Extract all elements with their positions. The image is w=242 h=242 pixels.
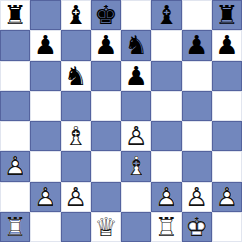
white-bishop-piece[interactable]: ♝♗ xyxy=(121,151,151,181)
black-pawn-piece[interactable]: ♟ xyxy=(121,61,151,91)
square-b8[interactable] xyxy=(30,0,60,30)
piece-glyph: ♚ xyxy=(91,0,121,30)
piece-outline-glyph: ♗ xyxy=(121,151,151,181)
square-d6[interactable] xyxy=(91,61,121,91)
square-d7[interactable]: ♟ xyxy=(91,30,121,60)
square-d1[interactable]: ♛♕ xyxy=(91,212,121,242)
square-g6[interactable] xyxy=(182,61,212,91)
square-h6[interactable] xyxy=(212,61,242,91)
black-knight-piece[interactable]: ♞ xyxy=(121,30,151,60)
piece-glyph: ♟ xyxy=(30,30,60,60)
square-f2[interactable]: ♟♙ xyxy=(151,182,181,212)
square-f5[interactable] xyxy=(151,91,181,121)
square-d2[interactable] xyxy=(91,182,121,212)
square-g2[interactable]: ♟♙ xyxy=(182,182,212,212)
black-pawn-piece[interactable]: ♟ xyxy=(30,30,60,60)
black-bishop-piece[interactable]: ♝ xyxy=(61,0,91,30)
square-b5[interactable] xyxy=(30,91,60,121)
square-h7[interactable]: ♟ xyxy=(212,30,242,60)
square-a6[interactable] xyxy=(0,61,30,91)
square-f7[interactable] xyxy=(151,30,181,60)
square-e8[interactable] xyxy=(121,0,151,30)
piece-glyph: ♟ xyxy=(121,61,151,91)
white-pawn-piece[interactable]: ♟♙ xyxy=(151,182,181,212)
square-a4[interactable] xyxy=(0,121,30,151)
square-e3[interactable]: ♝♗ xyxy=(121,151,151,181)
square-e6[interactable]: ♟ xyxy=(121,61,151,91)
black-rook-piece[interactable]: ♜ xyxy=(0,0,30,30)
square-d5[interactable] xyxy=(91,91,121,121)
black-knight-piece[interactable]: ♞ xyxy=(61,61,91,91)
piece-glyph: ♟ xyxy=(91,30,121,60)
piece-outline-glyph: ♙ xyxy=(151,182,181,212)
square-e4[interactable]: ♟♙ xyxy=(121,121,151,151)
piece-outline-glyph: ♗ xyxy=(61,121,91,151)
square-b6[interactable] xyxy=(30,61,60,91)
piece-glyph: ♟ xyxy=(182,30,212,60)
black-bishop-piece[interactable]: ♝ xyxy=(151,0,181,30)
piece-glyph: ♞ xyxy=(121,30,151,60)
piece-outline-glyph: ♙ xyxy=(212,182,242,212)
square-a1[interactable]: ♜♖ xyxy=(0,212,30,242)
square-g8[interactable] xyxy=(182,0,212,30)
square-h8[interactable]: ♜ xyxy=(212,0,242,30)
square-f6[interactable] xyxy=(151,61,181,91)
piece-glyph: ♞ xyxy=(61,61,91,91)
piece-outline-glyph: ♙ xyxy=(61,182,91,212)
square-d3[interactable] xyxy=(91,151,121,181)
piece-outline-glyph: ♖ xyxy=(151,212,181,242)
square-a7[interactable] xyxy=(0,30,30,60)
square-f4[interactable] xyxy=(151,121,181,151)
white-pawn-piece[interactable]: ♟♙ xyxy=(182,182,212,212)
white-pawn-piece[interactable]: ♟♙ xyxy=(212,182,242,212)
square-a2[interactable] xyxy=(0,182,30,212)
square-c7[interactable] xyxy=(61,30,91,60)
square-g7[interactable]: ♟ xyxy=(182,30,212,60)
square-b7[interactable]: ♟ xyxy=(30,30,60,60)
piece-glyph: ♜ xyxy=(0,0,30,30)
black-king-piece[interactable]: ♚ xyxy=(91,0,121,30)
square-c8[interactable]: ♝ xyxy=(61,0,91,30)
square-d8[interactable]: ♚ xyxy=(91,0,121,30)
square-c6[interactable]: ♞ xyxy=(61,61,91,91)
piece-outline-glyph: ♙ xyxy=(121,121,151,151)
square-b2[interactable]: ♟♙ xyxy=(30,182,60,212)
square-g1[interactable]: ♚♔ xyxy=(182,212,212,242)
square-b4[interactable] xyxy=(30,121,60,151)
black-pawn-piece[interactable]: ♟ xyxy=(182,30,212,60)
square-e5[interactable] xyxy=(121,91,151,121)
square-c2[interactable]: ♟♙ xyxy=(61,182,91,212)
square-e1[interactable] xyxy=(121,212,151,242)
white-pawn-piece[interactable]: ♟♙ xyxy=(30,182,60,212)
piece-outline-glyph: ♔ xyxy=(182,212,212,242)
black-pawn-piece[interactable]: ♟ xyxy=(212,30,242,60)
square-c1[interactable] xyxy=(61,212,91,242)
square-a8[interactable]: ♜ xyxy=(0,0,30,30)
square-g5[interactable] xyxy=(182,91,212,121)
white-queen-piece[interactable]: ♛♕ xyxy=(91,212,121,242)
square-f1[interactable]: ♜♖ xyxy=(151,212,181,242)
chess-board: ♜♝♚♝♜♟♟♞♟♟♞♟♝♗♟♙♟♙♝♗♟♙♟♙♟♙♟♙♟♙♜♖♛♕♜♖♚♔ xyxy=(0,0,242,242)
square-b1[interactable] xyxy=(30,212,60,242)
piece-glyph: ♜ xyxy=(212,0,242,30)
white-rook-piece[interactable]: ♜♖ xyxy=(151,212,181,242)
square-h3[interactable] xyxy=(212,151,242,181)
square-f3[interactable] xyxy=(151,151,181,181)
square-c5[interactable] xyxy=(61,91,91,121)
square-g3[interactable] xyxy=(182,151,212,181)
black-pawn-piece[interactable]: ♟ xyxy=(91,30,121,60)
square-g4[interactable] xyxy=(182,121,212,151)
square-e2[interactable] xyxy=(121,182,151,212)
square-h5[interactable] xyxy=(212,91,242,121)
white-pawn-piece[interactable]: ♟♙ xyxy=(61,182,91,212)
white-pawn-piece[interactable]: ♟♙ xyxy=(121,121,151,151)
piece-outline-glyph: ♕ xyxy=(91,212,121,242)
piece-outline-glyph: ♙ xyxy=(30,182,60,212)
square-b3[interactable] xyxy=(30,151,60,181)
square-h2[interactable]: ♟♙ xyxy=(212,182,242,212)
white-pawn-piece[interactable]: ♟♙ xyxy=(0,151,30,181)
piece-glyph: ♝ xyxy=(61,0,91,30)
white-bishop-piece[interactable]: ♝♗ xyxy=(61,121,91,151)
piece-outline-glyph: ♖ xyxy=(0,212,30,242)
square-h1[interactable] xyxy=(212,212,242,242)
square-a3[interactable]: ♟♙ xyxy=(0,151,30,181)
piece-glyph: ♟ xyxy=(212,30,242,60)
square-c3[interactable] xyxy=(61,151,91,181)
square-h4[interactable] xyxy=(212,121,242,151)
piece-outline-glyph: ♙ xyxy=(182,182,212,212)
square-f8[interactable]: ♝ xyxy=(151,0,181,30)
square-c4[interactable]: ♝♗ xyxy=(61,121,91,151)
square-a5[interactable] xyxy=(0,91,30,121)
square-d4[interactable] xyxy=(91,121,121,151)
white-king-piece[interactable]: ♚♔ xyxy=(182,212,212,242)
piece-glyph: ♝ xyxy=(151,0,181,30)
square-e7[interactable]: ♞ xyxy=(121,30,151,60)
white-rook-piece[interactable]: ♜♖ xyxy=(0,212,30,242)
black-rook-piece[interactable]: ♜ xyxy=(212,0,242,30)
piece-outline-glyph: ♙ xyxy=(0,151,30,181)
